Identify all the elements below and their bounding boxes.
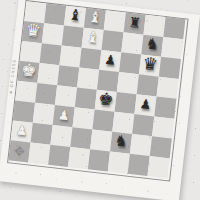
square-a6[interactable] bbox=[20, 41, 42, 63]
square-a4[interactable] bbox=[15, 81, 37, 103]
dust-speckle bbox=[7, 71, 8, 72]
dust-speckle bbox=[1, 113, 2, 114]
square-b7[interactable] bbox=[42, 23, 64, 45]
white-bishop[interactable]: ♝ bbox=[88, 10, 103, 26]
square-c7[interactable] bbox=[62, 26, 84, 48]
square-a3[interactable] bbox=[13, 101, 35, 123]
square-f3[interactable] bbox=[112, 112, 134, 134]
square-h1[interactable] bbox=[147, 156, 169, 178]
white-queen[interactable]: ♛ bbox=[25, 21, 42, 40]
square-c8[interactable]: ♝ bbox=[64, 6, 86, 28]
square-d5[interactable] bbox=[77, 68, 99, 90]
dust-speckle bbox=[9, 17, 10, 18]
board-photo: ⊕ OK CHESS ♝♝♜♛♝♞♟♛♚♚♟♟♟♞✥ bbox=[0, 0, 200, 200]
square-f1[interactable] bbox=[108, 152, 130, 174]
square-c5[interactable] bbox=[57, 65, 79, 87]
square-g2[interactable] bbox=[130, 134, 152, 156]
dust-speckle bbox=[188, 0, 189, 1]
dust-speckle bbox=[8, 44, 9, 45]
dust-speckle bbox=[14, 2, 16, 4]
square-b6[interactable] bbox=[40, 43, 62, 65]
black-rook[interactable]: ♜ bbox=[128, 15, 142, 30]
square-e3[interactable] bbox=[92, 110, 114, 132]
square-h2[interactable] bbox=[150, 136, 172, 158]
square-g1[interactable] bbox=[128, 154, 150, 176]
square-d7[interactable]: ♝ bbox=[82, 28, 104, 50]
dust-speckle bbox=[0, 140, 1, 141]
square-a8[interactable] bbox=[24, 1, 46, 23]
square-b4[interactable] bbox=[35, 83, 57, 105]
corner-star-decoration: ✥ bbox=[13, 144, 25, 158]
dust-speckle bbox=[76, 196, 77, 197]
black-knight[interactable]: ♞ bbox=[114, 133, 129, 149]
white-bishop[interactable]: ♝ bbox=[85, 29, 100, 45]
white-king[interactable]: ♚ bbox=[20, 61, 37, 80]
square-h4[interactable] bbox=[154, 97, 176, 119]
square-b2[interactable] bbox=[31, 123, 53, 145]
square-g6[interactable]: ♛ bbox=[139, 54, 161, 76]
square-f2[interactable]: ♞ bbox=[110, 132, 132, 154]
dust-speckle bbox=[194, 155, 195, 156]
square-a2[interactable]: ♟ bbox=[11, 120, 33, 142]
square-f4[interactable] bbox=[115, 92, 137, 114]
black-bishop[interactable]: ♝ bbox=[68, 7, 83, 23]
square-b3[interactable] bbox=[33, 103, 55, 125]
square-d3[interactable] bbox=[73, 107, 95, 129]
square-h6[interactable] bbox=[159, 57, 181, 79]
dust-speckle bbox=[60, 191, 61, 192]
square-e8[interactable] bbox=[104, 10, 126, 32]
black-pawn[interactable]: ♟ bbox=[139, 97, 152, 111]
square-f6[interactable] bbox=[119, 52, 141, 74]
square-c1[interactable] bbox=[48, 145, 70, 167]
dust-speckle bbox=[2, 86, 3, 87]
square-e4[interactable]: ♚ bbox=[95, 90, 117, 112]
square-g8[interactable] bbox=[143, 15, 165, 37]
dust-speckle bbox=[35, 189, 36, 190]
square-c6[interactable] bbox=[59, 45, 81, 67]
white-pawn[interactable]: ♟ bbox=[57, 108, 70, 122]
dust-speckle bbox=[195, 128, 196, 129]
square-f7[interactable] bbox=[121, 32, 143, 54]
square-f5[interactable] bbox=[117, 72, 139, 94]
black-pawn[interactable]: ♟ bbox=[104, 53, 117, 67]
square-h7[interactable] bbox=[161, 37, 183, 59]
square-d1[interactable] bbox=[68, 147, 90, 169]
dust-speckle bbox=[10, 187, 11, 188]
dust-speckle bbox=[126, 3, 127, 4]
square-h3[interactable] bbox=[152, 116, 174, 138]
black-queen[interactable]: ♛ bbox=[142, 55, 159, 74]
square-d2[interactable] bbox=[70, 127, 92, 149]
square-g3[interactable] bbox=[132, 114, 154, 136]
square-f8[interactable]: ♜ bbox=[124, 12, 146, 34]
square-a1[interactable]: ✥ bbox=[8, 140, 30, 162]
square-e6[interactable]: ♟ bbox=[99, 50, 121, 72]
square-d4[interactable] bbox=[75, 87, 97, 109]
square-b8[interactable] bbox=[44, 3, 66, 25]
square-h8[interactable] bbox=[163, 17, 185, 39]
dust-speckle bbox=[193, 182, 194, 183]
square-g5[interactable] bbox=[137, 74, 159, 96]
square-e2[interactable] bbox=[90, 129, 112, 151]
chess-board-grid: ♝♝♜♛♝♞♟♛♚♚♟♟♟♞✥ bbox=[8, 1, 185, 178]
square-e7[interactable] bbox=[101, 30, 123, 52]
square-c2[interactable] bbox=[50, 125, 72, 147]
chess-board-sheet: ⊕ OK CHESS ♝♝♜♛♝♞♟♛♚♚♟♟♟♞✥ bbox=[0, 0, 200, 200]
white-pawn[interactable]: ♟ bbox=[15, 123, 28, 137]
dust-speckle bbox=[101, 1, 102, 2]
square-d6[interactable] bbox=[79, 48, 101, 70]
square-d8[interactable]: ♝ bbox=[84, 8, 106, 30]
square-b1[interactable] bbox=[28, 143, 50, 165]
black-knight[interactable]: ♞ bbox=[145, 36, 160, 52]
square-b5[interactable] bbox=[37, 63, 59, 85]
square-g4[interactable]: ♟ bbox=[134, 94, 156, 116]
square-e1[interactable] bbox=[88, 149, 110, 171]
square-c4[interactable] bbox=[55, 85, 77, 107]
square-c3[interactable]: ♟ bbox=[53, 105, 75, 127]
dust-speckle bbox=[189, 170, 190, 171]
dust-speckle bbox=[3, 59, 4, 60]
square-a7[interactable]: ♛ bbox=[22, 21, 44, 43]
square-a5[interactable]: ♚ bbox=[17, 61, 39, 83]
square-h5[interactable] bbox=[157, 77, 179, 99]
square-e5[interactable] bbox=[97, 70, 119, 92]
black-king[interactable]: ♚ bbox=[97, 90, 114, 109]
square-g7[interactable]: ♞ bbox=[141, 35, 163, 57]
